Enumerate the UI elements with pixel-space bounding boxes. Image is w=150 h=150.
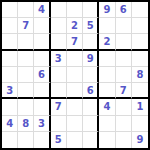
sudoku-cell-r7c1[interactable] <box>2 99 18 115</box>
sudoku-cell-r1c5[interactable] <box>67 2 83 18</box>
sudoku-cell-r7c6[interactable] <box>83 99 99 115</box>
sudoku-cell-r3c5[interactable]: 7 <box>67 34 83 50</box>
sudoku-cell-r3c6[interactable] <box>83 34 99 50</box>
sudoku-cell-r1c4[interactable] <box>51 2 67 18</box>
sudoku-cell-r5c8[interactable] <box>116 67 132 83</box>
sudoku-cell-r8c6[interactable] <box>83 116 99 132</box>
sudoku-cell-r5c6[interactable] <box>83 67 99 83</box>
sudoku-cell-r7c4[interactable]: 7 <box>51 99 67 115</box>
sudoku-cell-r9c7[interactable] <box>99 132 115 148</box>
sudoku-cell-r6c5[interactable] <box>67 83 83 99</box>
sudoku-cell-r5c3[interactable]: 6 <box>34 67 50 83</box>
sudoku-cell-r8c8[interactable] <box>116 116 132 132</box>
sudoku-cell-r8c3[interactable]: 3 <box>34 116 50 132</box>
sudoku-cell-r8c2[interactable]: 8 <box>18 116 34 132</box>
sudoku-cell-r8c1[interactable]: 4 <box>2 116 18 132</box>
sudoku-cell-r3c8[interactable] <box>116 34 132 50</box>
sudoku-cell-r7c2[interactable] <box>18 99 34 115</box>
sudoku-cell-r8c7[interactable] <box>99 116 115 132</box>
sudoku-cell-r1c1[interactable] <box>2 2 18 18</box>
sudoku-cell-r2c2[interactable]: 7 <box>18 18 34 34</box>
sudoku-cell-r5c1[interactable] <box>2 67 18 83</box>
sudoku-cell-r9c4[interactable]: 5 <box>51 132 67 148</box>
sudoku-cell-r6c7[interactable] <box>99 83 115 99</box>
sudoku-cell-r5c2[interactable] <box>18 67 34 83</box>
sudoku-cell-r2c7[interactable] <box>99 18 115 34</box>
sudoku-cell-r3c7[interactable]: 2 <box>99 34 115 50</box>
sudoku-cell-r5c9[interactable]: 8 <box>132 67 148 83</box>
sudoku-cell-r7c7[interactable]: 4 <box>99 99 115 115</box>
sudoku-cell-r8c4[interactable] <box>51 116 67 132</box>
sudoku-cell-r2c3[interactable] <box>34 18 50 34</box>
sudoku-cell-r2c4[interactable] <box>51 18 67 34</box>
sudoku-cell-r2c1[interactable] <box>2 18 18 34</box>
sudoku-cell-r3c3[interactable] <box>34 34 50 50</box>
sudoku-cell-r9c5[interactable] <box>67 132 83 148</box>
sudoku-cell-r4c4[interactable]: 3 <box>51 51 67 67</box>
sudoku-cell-r9c2[interactable] <box>18 132 34 148</box>
sudoku-cell-r6c3[interactable] <box>34 83 50 99</box>
sudoku-cell-r7c9[interactable]: 1 <box>132 99 148 115</box>
sudoku-cell-r6c1[interactable]: 3 <box>2 83 18 99</box>
sudoku-cell-r6c6[interactable]: 6 <box>83 83 99 99</box>
sudoku-cell-r9c9[interactable]: 9 <box>132 132 148 148</box>
sudoku-cell-r7c8[interactable] <box>116 99 132 115</box>
sudoku-cell-r2c9[interactable] <box>132 18 148 34</box>
sudoku-cell-r4c2[interactable] <box>18 51 34 67</box>
sudoku-cell-r7c3[interactable] <box>34 99 50 115</box>
sudoku-cell-r4c7[interactable] <box>99 51 115 67</box>
sudoku-cell-r5c4[interactable] <box>51 67 67 83</box>
sudoku-cell-r9c8[interactable] <box>116 132 132 148</box>
sudoku-cell-r9c1[interactable] <box>2 132 18 148</box>
sudoku-cell-r4c3[interactable] <box>34 51 50 67</box>
sudoku-cell-r2c5[interactable]: 2 <box>67 18 83 34</box>
sudoku-cell-r4c6[interactable]: 9 <box>83 51 99 67</box>
sudoku-cell-r6c9[interactable] <box>132 83 148 99</box>
sudoku-cell-r1c9[interactable] <box>132 2 148 18</box>
sudoku-cell-r6c4[interactable] <box>51 83 67 99</box>
sudoku-cell-r4c1[interactable] <box>2 51 18 67</box>
sudoku-cell-r4c9[interactable] <box>132 51 148 67</box>
sudoku-cell-r8c5[interactable] <box>67 116 83 132</box>
sudoku-cell-r1c3[interactable]: 4 <box>34 2 50 18</box>
sudoku-cell-r1c7[interactable]: 9 <box>99 2 115 18</box>
sudoku-cell-r6c2[interactable] <box>18 83 34 99</box>
sudoku-cell-r3c1[interactable] <box>2 34 18 50</box>
sudoku-cell-r4c8[interactable] <box>116 51 132 67</box>
sudoku-cell-r4c5[interactable] <box>67 51 83 67</box>
sudoku-board: 49672572396836774148359 <box>0 0 150 150</box>
sudoku-cell-r1c6[interactable] <box>83 2 99 18</box>
sudoku-cell-r2c8[interactable] <box>116 18 132 34</box>
sudoku-cell-r6c8[interactable]: 7 <box>116 83 132 99</box>
sudoku-cell-r7c5[interactable] <box>67 99 83 115</box>
sudoku-cell-r9c3[interactable] <box>34 132 50 148</box>
sudoku-cell-r3c4[interactable] <box>51 34 67 50</box>
sudoku-cell-r1c2[interactable] <box>18 2 34 18</box>
sudoku-cell-r5c7[interactable] <box>99 67 115 83</box>
sudoku-cell-r2c6[interactable]: 5 <box>83 18 99 34</box>
sudoku-cell-r3c9[interactable] <box>132 34 148 50</box>
sudoku-cell-r3c2[interactable] <box>18 34 34 50</box>
sudoku-cell-r9c6[interactable] <box>83 132 99 148</box>
sudoku-cell-r1c8[interactable]: 6 <box>116 2 132 18</box>
sudoku-cell-r5c5[interactable] <box>67 67 83 83</box>
sudoku-cell-r8c9[interactable] <box>132 116 148 132</box>
